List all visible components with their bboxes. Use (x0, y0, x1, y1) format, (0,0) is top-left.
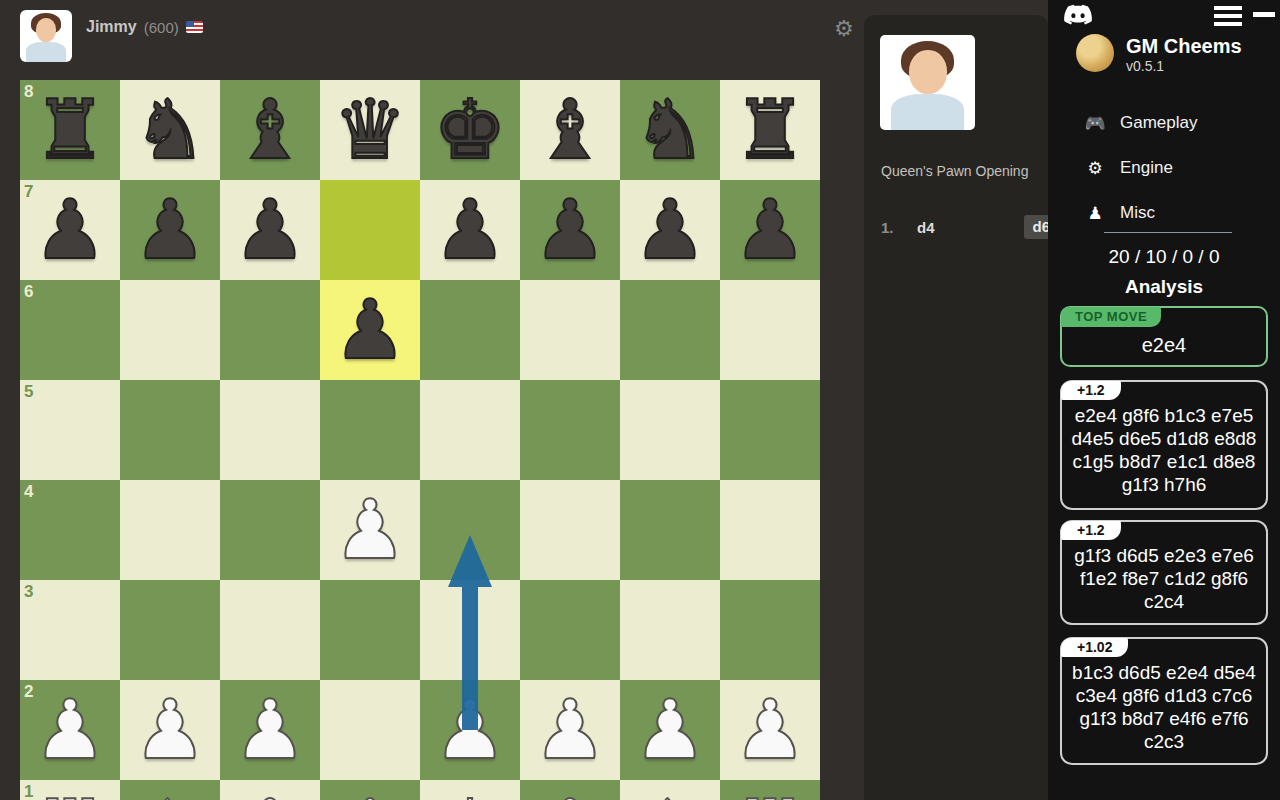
square-e1[interactable]: ♚ (420, 780, 520, 800)
avatar-face (909, 50, 947, 94)
white-pawn: ♟ (220, 680, 320, 780)
extension-sidebar: GM Cheems v0.5.1 🎮Gameplay⚙Engine♟Misc 2… (1048, 0, 1280, 800)
analysis-title: Analysis (1048, 276, 1280, 298)
square-a6[interactable]: 6 (20, 280, 120, 380)
square-g5[interactable] (620, 380, 720, 480)
hamburger-menu-icon[interactable] (1214, 6, 1242, 30)
square-b1[interactable]: ♞ (120, 780, 220, 800)
white-pawn: ♟ (20, 680, 120, 780)
square-b5[interactable] (120, 380, 220, 480)
square-c5[interactable] (220, 380, 320, 480)
avatar-face (36, 18, 57, 42)
rank-coordinate: 2 (24, 682, 33, 702)
square-g7[interactable]: ♟ (620, 180, 720, 280)
square-f4[interactable] (520, 480, 620, 580)
square-f8[interactable]: ♝ (520, 80, 620, 180)
black-pawn: ♟ (120, 180, 220, 280)
line-moves: g1f3 d6d5 e2e3 e7e6 f1e2 f8e7 c1d2 g8f6 … (1068, 544, 1260, 613)
rank-coordinate: 5 (24, 382, 33, 402)
square-b4[interactable] (120, 480, 220, 580)
player-header: Jimmy (600) (20, 10, 203, 68)
square-a3[interactable]: 3 (20, 580, 120, 680)
black-bishop: ♝ (220, 80, 320, 180)
square-e5[interactable] (420, 380, 520, 480)
rank-coordinate: 3 (24, 582, 33, 602)
square-b8[interactable]: ♞ (120, 80, 220, 180)
square-e4[interactable] (420, 480, 520, 580)
square-e6[interactable] (420, 280, 520, 380)
square-b7[interactable]: ♟ (120, 180, 220, 280)
rank-coordinate: 7 (24, 182, 33, 202)
square-a2[interactable]: 2♟ (20, 680, 120, 780)
move-list-row: 1. d4 d6 (881, 215, 1048, 239)
square-h2[interactable]: ♟ (720, 680, 820, 780)
square-g6[interactable] (620, 280, 720, 380)
chess-board[interactable]: 8♜♞♝♛♚♝♞♜7♟♟♟♟♟♟♟6♟54♟32♟♟♟♟♟♟♟1♜♞♝♛♚♝♞♜ (20, 80, 820, 800)
move-black-selected[interactable]: d6 (1024, 215, 1048, 239)
square-d7[interactable] (320, 180, 420, 280)
square-b6[interactable] (120, 280, 220, 380)
player-avatar[interactable] (20, 10, 72, 62)
white-rook: ♜ (20, 780, 120, 800)
square-f1[interactable]: ♝ (520, 780, 620, 800)
square-a7[interactable]: 7♟ (20, 180, 120, 280)
white-rook: ♜ (720, 780, 820, 800)
black-knight: ♞ (620, 80, 720, 180)
white-pawn: ♟ (320, 480, 420, 580)
square-c4[interactable] (220, 480, 320, 580)
white-pawn: ♟ (120, 680, 220, 780)
gamepad-icon: 🎮 (1084, 113, 1106, 133)
opponent-panel: Queen's Pawn Opening 1. d4 d6 (864, 15, 1048, 800)
square-c1[interactable]: ♝ (220, 780, 320, 800)
menu-label: Gameplay (1120, 113, 1197, 133)
avatar-shirt (26, 42, 66, 62)
square-e3[interactable] (420, 580, 520, 680)
square-a1[interactable]: 1♜ (20, 780, 120, 800)
square-e7[interactable]: ♟ (420, 180, 520, 280)
square-g1[interactable]: ♞ (620, 780, 720, 800)
white-bishop: ♝ (520, 780, 620, 800)
square-d3[interactable] (320, 580, 420, 680)
square-f7[interactable]: ♟ (520, 180, 620, 280)
square-h1[interactable]: ♜ (720, 780, 820, 800)
square-h4[interactable] (720, 480, 820, 580)
white-king: ♚ (420, 780, 520, 800)
square-g2[interactable]: ♟ (620, 680, 720, 780)
square-c3[interactable] (220, 580, 320, 680)
opponent-avatar[interactable] (880, 35, 975, 130)
rank-coordinate: 8 (24, 82, 33, 102)
white-pawn: ♟ (420, 680, 520, 780)
extension-version: v0.5.1 (1126, 58, 1242, 74)
pawn-icon: ♟ (1084, 203, 1106, 223)
menu-label: Engine (1120, 158, 1173, 178)
square-b3[interactable] (120, 580, 220, 680)
menu-divider (1104, 232, 1232, 233)
rank-coordinate: 1 (24, 782, 33, 800)
line-moves: b1c3 d6d5 e2e4 d5e4 c3e4 g8f6 d1d3 c7c6 … (1068, 661, 1260, 753)
eval-badge: +1.02 (1061, 638, 1128, 657)
square-a5[interactable]: 5 (20, 380, 120, 480)
eval-badge: +1.2 (1061, 381, 1121, 400)
sidebar-menu: 🎮Gameplay⚙Engine♟Misc (1084, 100, 1197, 235)
minimize-icon[interactable] (1253, 12, 1275, 17)
square-h6[interactable] (720, 280, 820, 380)
square-f3[interactable] (520, 580, 620, 680)
white-pawn: ♟ (520, 680, 620, 780)
square-g3[interactable] (620, 580, 720, 680)
discord-icon[interactable] (1062, 4, 1094, 32)
white-pawn: ♟ (720, 680, 820, 780)
square-d4[interactable]: ♟ (320, 480, 420, 580)
black-pawn: ♟ (620, 180, 720, 280)
analysis-line-1[interactable]: +1.2e2e4 g8f6 b1c3 e7e5 d4e5 d6e5 d1d8 e… (1060, 380, 1268, 510)
gear-icon: ⚙ (1084, 158, 1106, 178)
square-a8[interactable]: 8♜ (20, 80, 120, 180)
white-knight: ♞ (620, 780, 720, 800)
black-rook: ♜ (20, 80, 120, 180)
menu-item-misc[interactable]: ♟Misc (1084, 190, 1197, 235)
square-f2[interactable]: ♟ (520, 680, 620, 780)
top-move-value: e2e4 (1062, 334, 1266, 357)
black-pawn: ♟ (720, 180, 820, 280)
square-d6[interactable]: ♟ (320, 280, 420, 380)
black-queen: ♛ (320, 80, 420, 180)
square-e8[interactable]: ♚ (420, 80, 520, 180)
black-pawn: ♟ (320, 280, 420, 380)
top-move-badge: TOP MOVE (1061, 307, 1161, 327)
square-h5[interactable] (720, 380, 820, 480)
white-bishop: ♝ (220, 780, 320, 800)
move-number: 1. (881, 219, 917, 236)
square-c8[interactable]: ♝ (220, 80, 320, 180)
move-white[interactable]: d4 (917, 219, 935, 236)
menu-label: Misc (1120, 203, 1155, 223)
white-queen: ♛ (320, 780, 420, 800)
analysis-line-3[interactable]: +1.02b1c3 d6d5 e2e4 d5e4 c3e4 g8f6 d1d3 … (1060, 637, 1268, 765)
square-h3[interactable] (720, 580, 820, 680)
menu-item-gameplay[interactable]: 🎮Gameplay (1084, 100, 1197, 145)
player-name[interactable]: Jimmy (86, 18, 137, 36)
white-pawn: ♟ (620, 680, 720, 780)
extension-title: GM Cheems (1126, 34, 1242, 58)
menu-item-engine[interactable]: ⚙Engine (1084, 145, 1197, 190)
opening-name: Queen's Pawn Opening (881, 163, 1048, 179)
black-pawn: ♟ (420, 180, 520, 280)
square-h8[interactable]: ♜ (720, 80, 820, 180)
top-move-box[interactable]: TOP MOVE e2e4 (1060, 306, 1268, 367)
white-knight: ♞ (120, 780, 220, 800)
square-h7[interactable]: ♟ (720, 180, 820, 280)
rank-coordinate: 4 (24, 482, 33, 502)
square-d8[interactable]: ♛ (320, 80, 420, 180)
avatar-shirt (891, 94, 963, 130)
analysis-line-2[interactable]: +1.2g1f3 d6d5 e2e3 e7e6 f1e2 f8e7 c1d2 g… (1060, 520, 1268, 625)
rank-coordinate: 6 (24, 282, 33, 302)
board-settings-gear-icon[interactable]: ⚙ (834, 16, 854, 42)
black-pawn: ♟ (20, 180, 120, 280)
engine-stats: 20 / 10 / 0 / 0 (1048, 246, 1280, 268)
square-e2[interactable]: ♟ (420, 680, 520, 780)
square-c6[interactable] (220, 280, 320, 380)
square-f6[interactable] (520, 280, 620, 380)
extension-brand: GM Cheems v0.5.1 (1076, 34, 1242, 74)
black-pawn: ♟ (520, 180, 620, 280)
doge-avatar-icon (1076, 34, 1114, 72)
square-d1[interactable]: ♛ (320, 780, 420, 800)
square-d5[interactable] (320, 380, 420, 480)
square-b2[interactable]: ♟ (120, 680, 220, 780)
square-g8[interactable]: ♞ (620, 80, 720, 180)
square-c7[interactable]: ♟ (220, 180, 320, 280)
black-pawn: ♟ (220, 180, 320, 280)
eval-badge: +1.2 (1061, 521, 1121, 540)
line-moves: e2e4 g8f6 b1c3 e7e5 d4e5 d6e5 d1d8 e8d8 … (1068, 404, 1260, 496)
square-d2[interactable] (320, 680, 420, 780)
black-bishop: ♝ (520, 80, 620, 180)
square-a4[interactable]: 4 (20, 480, 120, 580)
black-knight: ♞ (120, 80, 220, 180)
player-rating: (600) (144, 19, 179, 36)
black-rook: ♜ (720, 80, 820, 180)
square-f5[interactable] (520, 380, 620, 480)
square-g4[interactable] (620, 480, 720, 580)
square-c2[interactable]: ♟ (220, 680, 320, 780)
black-king: ♚ (420, 80, 520, 180)
us-flag-icon (186, 21, 203, 33)
